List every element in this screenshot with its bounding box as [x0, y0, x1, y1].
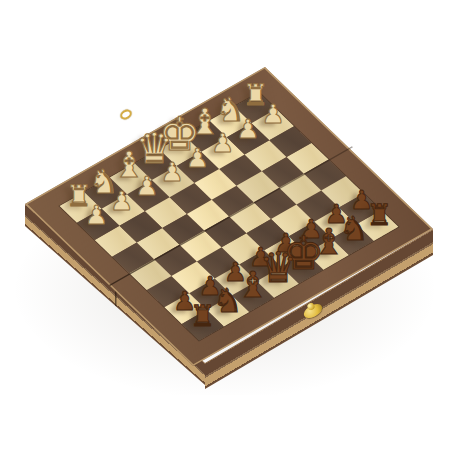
piece-white-pawn-c2: ♟ — [135, 173, 158, 199]
chess-set-photo: ♜♞♝♛♚♝♞♜♟♟♟♟♟♟♟♟♟♟♟♟♟♟♟♟♜♞♝♛♚♝♞♜ — [0, 0, 450, 450]
piece-white-pawn-a2: ♟ — [85, 202, 108, 228]
piece-white-pawn-g2: ♟ — [236, 116, 259, 142]
piece-white-pawn-h2: ♟ — [262, 101, 285, 127]
piece-black-knight-b8: ♞ — [213, 284, 243, 317]
piece-white-pawn-f2: ♟ — [211, 130, 234, 156]
piece-white-pawn-b2: ♟ — [110, 188, 133, 214]
piece-white-pawn-d2: ♟ — [160, 159, 183, 185]
piece-black-rook-a8: ♜ — [189, 302, 215, 331]
pieces-layer: ♜♞♝♛♚♝♞♜♟♟♟♟♟♟♟♟♟♟♟♟♟♟♟♟♜♞♝♛♚♝♞♜ — [0, 0, 450, 450]
piece-black-rook-h8: ♜ — [366, 201, 392, 230]
piece-white-pawn-e2: ♟ — [186, 145, 209, 171]
